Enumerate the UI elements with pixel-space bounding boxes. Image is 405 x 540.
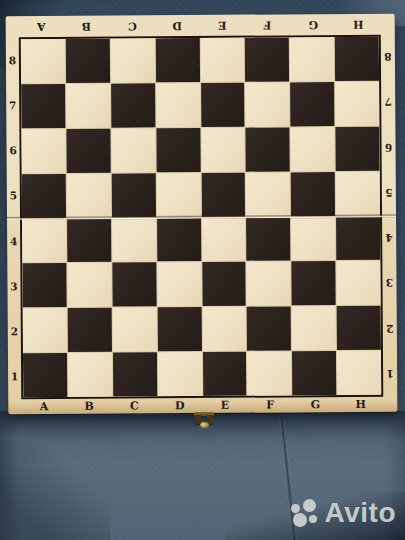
square-c7 <box>111 83 155 127</box>
square-g3 <box>292 261 336 305</box>
square-g2 <box>292 306 336 350</box>
square-g6 <box>291 127 335 171</box>
square-e7 <box>201 83 245 127</box>
square-f4 <box>246 217 290 261</box>
file-label-g: G <box>293 397 338 412</box>
file-label-f: F <box>248 397 293 412</box>
square-b6 <box>66 128 110 172</box>
rank-label-4: 4 <box>7 218 20 263</box>
square-a7 <box>21 84 65 128</box>
photo-scene: ABCDEFGH ABCDEFGH 87654321 87654321 Avit… <box>0 0 405 540</box>
square-e3 <box>202 262 246 306</box>
file-label-b: B <box>64 16 109 37</box>
chess-board: ABCDEFGH ABCDEFGH 87654321 87654321 <box>6 14 398 415</box>
square-e6 <box>201 127 245 171</box>
square-e2 <box>202 307 246 351</box>
square-g8 <box>290 37 334 81</box>
square-a1 <box>23 353 67 397</box>
rank-label-4: 4 <box>382 216 396 261</box>
square-g7 <box>290 82 334 126</box>
square-d2 <box>157 307 201 351</box>
rank-label-1: 1 <box>383 351 397 396</box>
rank-label-7: 7 <box>6 83 19 128</box>
file-labels-top: ABCDEFGH <box>19 14 381 38</box>
file-label-h: H <box>335 14 380 35</box>
file-label-c: C <box>109 15 154 36</box>
file-label-e: E <box>200 15 245 36</box>
square-b4 <box>67 218 111 262</box>
square-b3 <box>67 263 111 307</box>
square-d5 <box>156 173 200 217</box>
rank-label-5: 5 <box>382 170 396 215</box>
square-g5 <box>291 172 335 216</box>
file-label-b: B <box>67 399 112 414</box>
rank-label-5: 5 <box>7 173 20 218</box>
file-label-g: G <box>290 14 335 35</box>
square-g4 <box>291 217 335 261</box>
square-c6 <box>111 128 155 172</box>
square-f6 <box>246 127 290 171</box>
square-f8 <box>245 37 289 81</box>
square-c8 <box>111 38 155 82</box>
square-f5 <box>246 172 290 216</box>
square-c5 <box>111 173 155 217</box>
avito-logo-icon <box>291 498 321 528</box>
rank-label-8: 8 <box>6 37 19 82</box>
rank-label-6: 6 <box>6 128 19 173</box>
square-h2 <box>337 306 381 350</box>
square-d3 <box>157 262 201 306</box>
square-h6 <box>336 127 380 171</box>
clasp-latch <box>193 412 215 430</box>
rank-label-2: 2 <box>383 306 397 351</box>
file-label-c: C <box>112 398 157 413</box>
square-e5 <box>201 172 245 216</box>
square-e1 <box>202 352 246 396</box>
square-d1 <box>158 352 202 396</box>
square-a6 <box>21 129 65 173</box>
file-label-h: H <box>338 397 383 412</box>
square-h1 <box>337 351 381 395</box>
square-h8 <box>335 37 379 81</box>
square-a3 <box>22 263 66 307</box>
square-d8 <box>155 38 199 82</box>
square-b1 <box>68 353 112 397</box>
file-label-a: A <box>21 399 66 414</box>
square-a8 <box>21 39 65 83</box>
rank-label-3: 3 <box>7 264 20 309</box>
avito-watermark-text: Avito <box>325 497 396 529</box>
square-d6 <box>156 128 200 172</box>
square-h4 <box>336 216 380 260</box>
file-label-d: D <box>154 15 199 36</box>
square-c3 <box>112 263 156 307</box>
couch-shadow-bottom-left <box>0 440 110 540</box>
square-f2 <box>247 307 291 351</box>
square-b5 <box>67 173 111 217</box>
square-a4 <box>22 218 66 262</box>
square-a2 <box>23 308 67 352</box>
rank-label-2: 2 <box>8 309 21 354</box>
square-e4 <box>202 217 246 261</box>
rank-label-7: 7 <box>381 80 395 125</box>
avito-watermark: Avito <box>291 497 396 529</box>
rank-label-8: 8 <box>381 35 395 80</box>
rank-label-3: 3 <box>382 261 396 306</box>
square-h5 <box>336 171 380 215</box>
square-g1 <box>292 351 336 395</box>
square-c1 <box>113 352 157 396</box>
file-label-a: A <box>19 16 64 37</box>
square-d4 <box>157 218 201 262</box>
clasp-glint <box>200 422 209 428</box>
square-b2 <box>68 308 112 352</box>
square-c2 <box>112 308 156 352</box>
rank-label-1: 1 <box>8 354 21 399</box>
square-e8 <box>200 38 244 82</box>
square-f7 <box>245 82 289 126</box>
square-f3 <box>247 262 291 306</box>
rank-label-6: 6 <box>381 125 395 170</box>
file-label-e: E <box>202 398 247 413</box>
square-f1 <box>247 352 291 396</box>
file-label-f: F <box>245 14 290 35</box>
square-d7 <box>156 83 200 127</box>
square-a5 <box>22 174 66 218</box>
square-b7 <box>66 84 110 128</box>
square-h3 <box>336 261 380 305</box>
square-h7 <box>335 82 379 126</box>
square-c4 <box>112 218 156 262</box>
square-b8 <box>66 39 110 83</box>
